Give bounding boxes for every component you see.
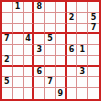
cell-r2c9[interactable]: 5 [88,13,99,24]
cell-r5c9[interactable] [88,45,99,56]
cell-r2c8[interactable] [77,13,88,24]
cell-r6c5[interactable] [45,56,56,67]
cell-r5c7[interactable]: 6 [67,45,78,56]
cell-r1c7[interactable] [67,2,78,13]
cell-r4c3[interactable]: 4 [24,34,35,45]
sudoku-board: 18257745361263579 [0,0,101,101]
cell-r6c1[interactable]: 2 [2,56,13,67]
cell-r2c4[interactable] [34,13,45,24]
cell-r3c6[interactable] [56,24,67,35]
cell-r5c3[interactable] [24,45,35,56]
cell-r5c4[interactable]: 3 [34,45,45,56]
cell-r8c3[interactable] [24,77,35,88]
cell-r9c5[interactable] [45,88,56,99]
cell-r9c1[interactable] [2,88,13,99]
cell-r9c8[interactable] [77,88,88,99]
cell-r6c9[interactable] [88,56,99,67]
cell-r2c1[interactable] [2,13,13,24]
cell-r4c8[interactable] [77,34,88,45]
cell-r9c7[interactable] [67,88,78,99]
cell-r8c1[interactable]: 5 [2,77,13,88]
cell-r4c1[interactable]: 7 [2,34,13,45]
cell-r5c1[interactable] [2,45,13,56]
cell-r6c6[interactable] [56,56,67,67]
cell-r6c7[interactable] [67,56,78,67]
cell-r3c7[interactable] [67,24,78,35]
cell-r4c9[interactable] [88,34,99,45]
cell-r8c5[interactable]: 7 [45,77,56,88]
cell-r3c2[interactable] [13,24,24,35]
cell-r7c6[interactable] [56,67,67,78]
cell-r2c5[interactable] [45,13,56,24]
cell-r3c1[interactable] [2,24,13,35]
cell-r1c9[interactable] [88,2,99,13]
cell-r8c2[interactable] [13,77,24,88]
cell-r1c2[interactable]: 1 [13,2,24,13]
cell-r2c7[interactable]: 2 [67,13,78,24]
cell-r1c5[interactable] [45,2,56,13]
cell-r7c9[interactable] [88,67,99,78]
cell-r8c6[interactable] [56,77,67,88]
cell-r4c4[interactable] [34,34,45,45]
cell-r3c4[interactable] [34,24,45,35]
cell-r9c2[interactable] [13,88,24,99]
cell-r5c5[interactable] [45,45,56,56]
cell-r7c4[interactable]: 6 [34,67,45,78]
cell-r5c6[interactable] [56,45,67,56]
cell-r1c4[interactable]: 8 [34,2,45,13]
cell-r1c8[interactable] [77,2,88,13]
cell-r7c8[interactable]: 3 [77,67,88,78]
cell-r3c8[interactable] [77,24,88,35]
cell-r8c4[interactable] [34,77,45,88]
cell-r7c1[interactable] [2,67,13,78]
cell-r9c6[interactable]: 9 [56,88,67,99]
cell-r7c7[interactable] [67,67,78,78]
cell-r9c4[interactable] [34,88,45,99]
cell-r3c9[interactable]: 7 [88,24,99,35]
cell-r9c9[interactable] [88,88,99,99]
cell-r7c3[interactable] [24,67,35,78]
cell-r7c2[interactable] [13,67,24,78]
cell-r1c1[interactable] [2,2,13,13]
cell-r1c6[interactable] [56,2,67,13]
cell-r8c8[interactable] [77,77,88,88]
cell-r6c3[interactable] [24,56,35,67]
cell-r5c8[interactable]: 1 [77,45,88,56]
cell-r3c5[interactable] [45,24,56,35]
cell-r2c2[interactable] [13,13,24,24]
cell-r8c7[interactable] [67,77,78,88]
cell-r6c2[interactable] [13,56,24,67]
cell-r2c6[interactable] [56,13,67,24]
cell-r4c6[interactable] [56,34,67,45]
cell-r8c9[interactable] [88,77,99,88]
cell-r6c8[interactable] [77,56,88,67]
cell-r9c3[interactable] [24,88,35,99]
cell-r2c3[interactable] [24,13,35,24]
cell-r4c7[interactable] [67,34,78,45]
cell-r4c5[interactable]: 5 [45,34,56,45]
cell-r6c4[interactable] [34,56,45,67]
cell-r1c3[interactable] [24,2,35,13]
cell-r7c5[interactable] [45,67,56,78]
cell-r3c3[interactable] [24,24,35,35]
cell-r5c2[interactable] [13,45,24,56]
cell-r4c2[interactable] [13,34,24,45]
